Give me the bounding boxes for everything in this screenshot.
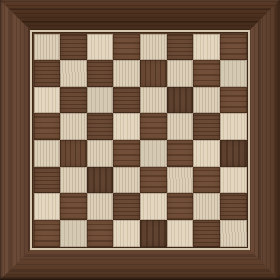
square-d3[interactable] <box>113 167 140 194</box>
chess-board <box>0 0 280 280</box>
square-f3[interactable] <box>167 167 194 194</box>
square-f6[interactable] <box>167 87 194 114</box>
square-b3[interactable] <box>60 167 87 194</box>
square-e3[interactable] <box>140 167 167 194</box>
square-c7[interactable] <box>87 60 114 87</box>
square-d5[interactable] <box>113 113 140 140</box>
square-d4[interactable] <box>113 140 140 167</box>
square-d8[interactable] <box>113 34 140 61</box>
square-d1[interactable] <box>113 220 140 247</box>
board-frame-left <box>0 0 30 280</box>
square-a6[interactable] <box>34 87 61 114</box>
square-f1[interactable] <box>167 220 194 247</box>
square-h5[interactable] <box>220 113 247 140</box>
square-g6[interactable] <box>193 87 220 114</box>
square-h7[interactable] <box>220 60 247 87</box>
square-g7[interactable] <box>193 60 220 87</box>
square-f4[interactable] <box>167 140 194 167</box>
square-h6[interactable] <box>220 87 247 114</box>
square-g3[interactable] <box>193 167 220 194</box>
square-c5[interactable] <box>87 113 114 140</box>
square-c1[interactable] <box>87 220 114 247</box>
square-a3[interactable] <box>34 167 61 194</box>
square-f7[interactable] <box>167 60 194 87</box>
square-e8[interactable] <box>140 34 167 61</box>
square-a7[interactable] <box>34 60 61 87</box>
square-h8[interactable] <box>220 34 247 61</box>
square-e2[interactable] <box>140 193 167 220</box>
square-b8[interactable] <box>60 34 87 61</box>
square-c6[interactable] <box>87 87 114 114</box>
square-g8[interactable] <box>193 34 220 61</box>
board-frame-top <box>0 0 280 30</box>
square-b2[interactable] <box>60 193 87 220</box>
square-a8[interactable] <box>34 34 61 61</box>
square-e4[interactable] <box>140 140 167 167</box>
square-c3[interactable] <box>87 167 114 194</box>
square-e5[interactable] <box>140 113 167 140</box>
square-h1[interactable] <box>220 220 247 247</box>
square-f5[interactable] <box>167 113 194 140</box>
board-field <box>34 34 247 247</box>
square-g4[interactable] <box>193 140 220 167</box>
square-e7[interactable] <box>140 60 167 87</box>
board-frame-right <box>250 0 280 280</box>
square-a5[interactable] <box>34 113 61 140</box>
square-c2[interactable] <box>87 193 114 220</box>
square-d7[interactable] <box>113 60 140 87</box>
square-e1[interactable] <box>140 220 167 247</box>
square-a1[interactable] <box>34 220 61 247</box>
square-g1[interactable] <box>193 220 220 247</box>
square-g5[interactable] <box>193 113 220 140</box>
square-a2[interactable] <box>34 193 61 220</box>
square-e6[interactable] <box>140 87 167 114</box>
square-h2[interactable] <box>220 193 247 220</box>
square-g2[interactable] <box>193 193 220 220</box>
board-frame-bottom <box>0 250 280 280</box>
square-a4[interactable] <box>34 140 61 167</box>
square-b4[interactable] <box>60 140 87 167</box>
square-d6[interactable] <box>113 87 140 114</box>
square-b1[interactable] <box>60 220 87 247</box>
square-b6[interactable] <box>60 87 87 114</box>
square-h4[interactable] <box>220 140 247 167</box>
square-d2[interactable] <box>113 193 140 220</box>
square-b7[interactable] <box>60 60 87 87</box>
square-f2[interactable] <box>167 193 194 220</box>
square-c8[interactable] <box>87 34 114 61</box>
square-h3[interactable] <box>220 167 247 194</box>
square-f8[interactable] <box>167 34 194 61</box>
square-b5[interactable] <box>60 113 87 140</box>
square-c4[interactable] <box>87 140 114 167</box>
